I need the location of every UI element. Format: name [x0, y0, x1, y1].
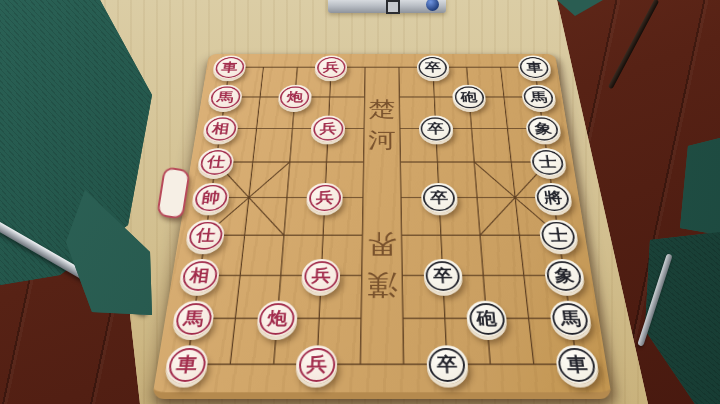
- piece-red-general[interactable]: 帥: [191, 183, 231, 213]
- xiangqi-board: 楚 河 漢 界 車馬相仕帥仕相馬車炮炮兵兵兵兵兵卒卒卒卒卒砲砲車馬象士將士象馬車: [152, 54, 612, 399]
- photo-scene: 楚 河 漢 界 車馬相仕帥仕相馬車炮炮兵兵兵兵兵卒卒卒卒卒砲砲車馬象士將士象馬車: [0, 0, 720, 404]
- piece-character: 馬: [523, 86, 555, 108]
- piece-red-soldier[interactable]: 兵: [301, 259, 341, 293]
- piece-red-horse[interactable]: 馬: [207, 85, 243, 110]
- piece-character: 帥: [193, 185, 228, 211]
- piece-black-cannon[interactable]: 砲: [452, 85, 487, 110]
- piece-black-advisor[interactable]: 士: [529, 148, 568, 176]
- piece-red-soldier[interactable]: 兵: [295, 345, 338, 383]
- piece-character: 兵: [308, 185, 341, 211]
- piece-character: 卒: [418, 57, 447, 78]
- piece-character: 兵: [313, 117, 344, 140]
- piece-black-soldier[interactable]: 卒: [418, 116, 453, 142]
- piece-character: 砲: [454, 86, 485, 108]
- clock-display-icon: [386, 0, 400, 14]
- piece-black-horse[interactable]: 馬: [521, 85, 557, 110]
- piece-character: 仕: [187, 222, 224, 250]
- piece-black-advisor[interactable]: 士: [538, 220, 580, 251]
- piece-red-cannon[interactable]: 炮: [277, 85, 312, 110]
- piece-character: 車: [166, 348, 207, 382]
- clock-button[interactable]: [426, 0, 439, 11]
- piece-character: 卒: [425, 261, 460, 291]
- pieces-grid: 車馬相仕帥仕相馬車炮炮兵兵兵兵兵卒卒卒卒卒砲砲車馬象士將士象馬車: [161, 53, 602, 389]
- piece-character: 仕: [199, 150, 233, 175]
- piece-black-elephant[interactable]: 象: [525, 116, 563, 142]
- piece-character: 兵: [316, 57, 345, 78]
- piece-character: 士: [531, 150, 565, 175]
- piece-character: 象: [527, 117, 560, 140]
- piece-character: 車: [214, 57, 245, 78]
- piece-character: 將: [536, 185, 571, 211]
- piece-red-elephant[interactable]: 相: [178, 259, 221, 293]
- piece-black-soldier[interactable]: 卒: [423, 259, 463, 293]
- chess-clock: [328, 0, 446, 13]
- piece-black-cannon[interactable]: 砲: [466, 301, 508, 337]
- piece-black-soldier[interactable]: 卒: [421, 183, 458, 213]
- piece-character: 卒: [428, 348, 466, 382]
- piece-character: 相: [204, 117, 237, 140]
- piece-black-elephant[interactable]: 象: [543, 259, 586, 293]
- piece-red-elephant[interactable]: 相: [202, 116, 240, 142]
- piece-character: 砲: [468, 303, 505, 335]
- piece-character: 象: [545, 261, 583, 291]
- piece-black-general[interactable]: 將: [533, 183, 573, 213]
- piece-character: 車: [519, 57, 550, 78]
- piece-red-soldier[interactable]: 兵: [306, 183, 343, 213]
- piece-red-soldier[interactable]: 兵: [310, 116, 345, 142]
- piece-character: 兵: [298, 348, 336, 382]
- piece-black-chariot[interactable]: 車: [517, 56, 552, 79]
- piece-black-horse[interactable]: 馬: [548, 301, 593, 337]
- piece-red-advisor[interactable]: 仕: [184, 220, 226, 251]
- piece-red-advisor[interactable]: 仕: [196, 148, 235, 176]
- piece-black-soldier[interactable]: 卒: [426, 345, 469, 383]
- piece-character: 炮: [279, 86, 310, 108]
- piece-character: 士: [540, 222, 577, 250]
- piece-character: 馬: [209, 86, 241, 108]
- piece-red-chariot[interactable]: 車: [212, 56, 247, 79]
- piece-character: 相: [181, 261, 219, 291]
- piece-black-soldier[interactable]: 卒: [416, 56, 449, 79]
- piece-character: 卒: [420, 117, 451, 140]
- piece-character: 馬: [174, 303, 213, 335]
- piece-red-horse[interactable]: 馬: [171, 301, 216, 337]
- piece-character: 馬: [551, 303, 590, 335]
- piece-character: 車: [557, 348, 598, 382]
- piece-red-soldier[interactable]: 兵: [314, 56, 347, 79]
- piece-character: 卒: [423, 185, 456, 211]
- piece-red-cannon[interactable]: 炮: [256, 301, 298, 337]
- piece-character: 兵: [303, 261, 338, 291]
- piece-red-chariot[interactable]: 車: [163, 345, 209, 383]
- piece-black-chariot[interactable]: 車: [554, 345, 600, 383]
- piece-character: 炮: [258, 303, 295, 335]
